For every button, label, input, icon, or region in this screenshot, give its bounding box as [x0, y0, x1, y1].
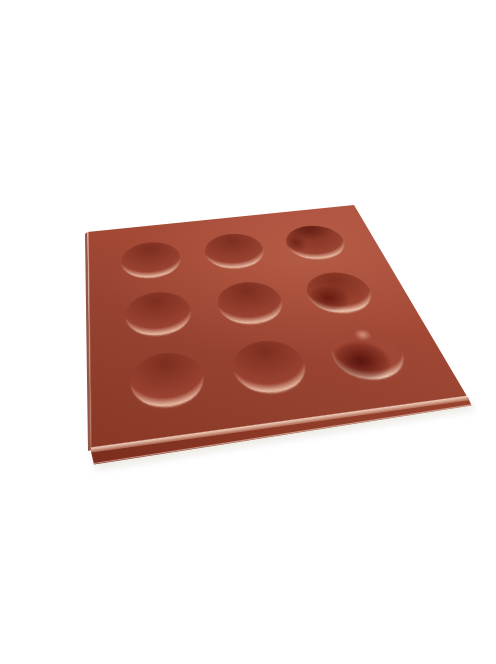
- hollow-a2: [123, 289, 194, 339]
- hollow-c2: [299, 270, 379, 317]
- hollow-a3: [120, 239, 184, 280]
- hollow-b2: [213, 279, 289, 328]
- cell-a1[interactable]: [112, 339, 226, 427]
- hollow-c1: [323, 326, 414, 384]
- hollow-b1: [227, 338, 313, 398]
- photo-background: [0, 0, 496, 664]
- hollow-b3: [201, 231, 269, 271]
- hollow-a1: [128, 350, 208, 413]
- hollow-c3: [280, 223, 351, 262]
